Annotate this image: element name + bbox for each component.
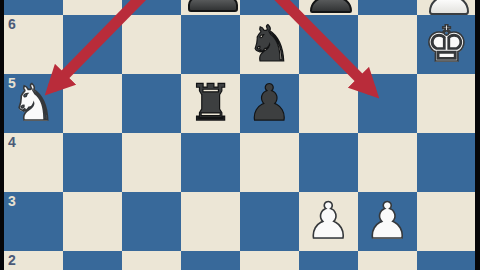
rank-label-4: 4 (8, 134, 16, 150)
square-h5[interactable] (417, 74, 476, 133)
piece-white-pawn-g3[interactable]: ♟ (358, 192, 417, 251)
square-h3[interactable] (417, 192, 476, 251)
square-h2[interactable] (417, 251, 476, 270)
square-g4[interactable] (358, 133, 417, 192)
letterbox-bar-left (0, 0, 4, 270)
cutoff-piece-black-f7[interactable] (310, 0, 352, 13)
square-g7[interactable] (358, 0, 417, 15)
piece-white-king-h6[interactable]: ♚ (417, 15, 476, 74)
rank-label-2: 2 (8, 252, 16, 268)
square-a7[interactable] (4, 0, 63, 15)
letterbox-bar-right (475, 0, 480, 270)
square-f2[interactable] (299, 251, 358, 270)
square-c5[interactable] (122, 74, 181, 133)
piece-white-pawn-f3[interactable]: ♟ (299, 192, 358, 251)
cutoff-piece-white-h7[interactable] (429, 0, 469, 15)
piece-black-rook-d5[interactable]: ♜ (181, 74, 240, 133)
rank-label-6: 6 (8, 16, 16, 32)
square-c6[interactable] (122, 15, 181, 74)
square-a2[interactable]: 2 (4, 251, 63, 270)
square-a6[interactable]: 6 (4, 15, 63, 74)
piece-black-knight-e6[interactable]: ♞ (240, 15, 299, 74)
square-f4[interactable] (299, 133, 358, 192)
square-b7[interactable] (63, 0, 122, 15)
square-d2[interactable] (181, 251, 240, 270)
cutoff-piece-black-d7[interactable] (188, 0, 238, 12)
piece-white-knight-a5[interactable]: ♞ (4, 74, 63, 133)
square-c3[interactable] (122, 192, 181, 251)
square-b5[interactable] (63, 74, 122, 133)
square-d4[interactable] (181, 133, 240, 192)
square-d6[interactable] (181, 15, 240, 74)
square-c2[interactable] (122, 251, 181, 270)
square-b4[interactable] (63, 133, 122, 192)
square-e3[interactable] (240, 192, 299, 251)
square-g5[interactable] (358, 74, 417, 133)
piece-black-pawn-e5[interactable]: ♟ (240, 74, 299, 133)
square-a4[interactable]: 4 (4, 133, 63, 192)
square-a3[interactable]: 3 (4, 192, 63, 251)
chess-board: 65432♞♚♞♜♟♟♟ (4, 0, 476, 270)
square-h4[interactable] (417, 133, 476, 192)
square-g6[interactable] (358, 15, 417, 74)
square-c7[interactable] (122, 0, 181, 15)
square-b6[interactable] (63, 15, 122, 74)
square-e2[interactable] (240, 251, 299, 270)
square-b2[interactable] (63, 251, 122, 270)
rank-label-3: 3 (8, 193, 16, 209)
square-f5[interactable] (299, 74, 358, 133)
square-e4[interactable] (240, 133, 299, 192)
square-d3[interactable] (181, 192, 240, 251)
square-e7[interactable] (240, 0, 299, 15)
square-c4[interactable] (122, 133, 181, 192)
square-g2[interactable] (358, 251, 417, 270)
square-f6[interactable] (299, 15, 358, 74)
square-b3[interactable] (63, 192, 122, 251)
